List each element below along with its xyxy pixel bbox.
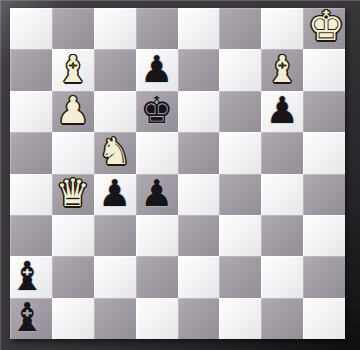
square-c8[interactable] xyxy=(94,8,136,49)
square-d5[interactable] xyxy=(136,132,178,173)
square-h6[interactable] xyxy=(303,91,345,132)
square-g5[interactable] xyxy=(261,132,303,173)
square-c3[interactable] xyxy=(94,215,136,256)
square-a3[interactable] xyxy=(10,215,52,256)
square-a2[interactable]: ♝ xyxy=(10,256,52,297)
chess-app-window: ♚♝♟♝♟♚♟♞♛♟♟♝♝ xyxy=(0,0,360,350)
square-h2[interactable] xyxy=(303,256,345,297)
square-h5[interactable] xyxy=(303,132,345,173)
chess-board: ♚♝♟♝♟♚♟♞♛♟♟♝♝ xyxy=(10,8,345,339)
white-queen-piece[interactable]: ♛ xyxy=(56,174,90,212)
white-bishop-piece[interactable]: ♝ xyxy=(266,51,299,88)
square-c6[interactable] xyxy=(94,91,136,132)
white-king-piece[interactable]: ♚ xyxy=(308,6,345,47)
square-c2[interactable] xyxy=(94,256,136,297)
square-e3[interactable] xyxy=(178,215,220,256)
square-c7[interactable] xyxy=(94,49,136,90)
square-c5[interactable]: ♞ xyxy=(94,132,136,173)
square-g1[interactable] xyxy=(261,298,303,339)
square-a1[interactable]: ♝ xyxy=(10,298,52,339)
square-d6[interactable]: ♚ xyxy=(136,91,178,132)
square-b5[interactable] xyxy=(52,132,94,173)
black-pawn-piece[interactable]: ♟ xyxy=(140,51,173,88)
square-b6[interactable]: ♟ xyxy=(52,91,94,132)
square-d1[interactable] xyxy=(136,298,178,339)
square-b1[interactable] xyxy=(52,298,94,339)
square-b3[interactable] xyxy=(52,215,94,256)
square-c1[interactable] xyxy=(94,298,136,339)
square-c4[interactable]: ♟ xyxy=(94,174,136,215)
square-f2[interactable] xyxy=(219,256,261,297)
square-e7[interactable] xyxy=(178,49,220,90)
square-e1[interactable] xyxy=(178,298,220,339)
square-a6[interactable] xyxy=(10,91,52,132)
black-king-piece[interactable]: ♚ xyxy=(140,92,173,129)
square-f1[interactable] xyxy=(219,298,261,339)
white-bishop-piece[interactable]: ♝ xyxy=(56,51,89,88)
white-knight-piece[interactable]: ♞ xyxy=(98,133,131,170)
square-b8[interactable] xyxy=(52,8,94,49)
square-f4[interactable] xyxy=(219,174,261,215)
square-h1[interactable] xyxy=(303,298,345,339)
square-e5[interactable] xyxy=(178,132,220,173)
black-bishop-piece[interactable]: ♝ xyxy=(9,256,45,296)
square-g4[interactable] xyxy=(261,174,303,215)
square-d8[interactable] xyxy=(136,8,178,49)
square-h8[interactable]: ♚ xyxy=(303,8,345,49)
square-h7[interactable] xyxy=(303,49,345,90)
square-f8[interactable] xyxy=(219,8,261,49)
square-g6[interactable]: ♟ xyxy=(261,91,303,132)
square-h4[interactable] xyxy=(303,174,345,215)
square-f7[interactable] xyxy=(219,49,261,90)
board-frame: ♚♝♟♝♟♚♟♞♛♟♟♝♝ xyxy=(0,0,360,350)
square-a5[interactable] xyxy=(10,132,52,173)
black-pawn-piece[interactable]: ♟ xyxy=(266,92,299,129)
square-a8[interactable] xyxy=(10,8,52,49)
square-d2[interactable] xyxy=(136,256,178,297)
square-g8[interactable] xyxy=(261,8,303,49)
square-e6[interactable] xyxy=(178,91,220,132)
square-f3[interactable] xyxy=(219,215,261,256)
square-e4[interactable] xyxy=(178,174,220,215)
black-bishop-piece[interactable]: ♝ xyxy=(9,297,45,337)
square-b7[interactable]: ♝ xyxy=(52,49,94,90)
square-f5[interactable] xyxy=(219,132,261,173)
black-pawn-piece[interactable]: ♟ xyxy=(98,175,131,212)
square-e8[interactable] xyxy=(178,8,220,49)
square-g2[interactable] xyxy=(261,256,303,297)
square-d7[interactable]: ♟ xyxy=(136,49,178,90)
square-b4[interactable]: ♛ xyxy=(52,174,94,215)
square-e2[interactable] xyxy=(178,256,220,297)
square-g7[interactable]: ♝ xyxy=(261,49,303,90)
square-h3[interactable] xyxy=(303,215,345,256)
white-pawn-piece[interactable]: ♟ xyxy=(56,92,89,129)
square-f6[interactable] xyxy=(219,91,261,132)
square-d4[interactable]: ♟ xyxy=(136,174,178,215)
square-a4[interactable] xyxy=(10,174,52,215)
square-d3[interactable] xyxy=(136,215,178,256)
black-pawn-piece[interactable]: ♟ xyxy=(140,175,173,212)
square-a7[interactable] xyxy=(10,49,52,90)
square-b2[interactable] xyxy=(52,256,94,297)
square-g3[interactable] xyxy=(261,215,303,256)
